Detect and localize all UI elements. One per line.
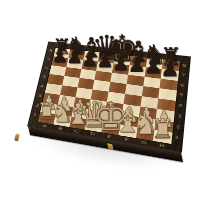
piece-black-pawn-h7: ♟ xyxy=(160,58,179,79)
piece-white-rook-h1: ♜ xyxy=(151,116,175,143)
chess-set-photo: AA88BB77CC66DD55EE44FF33GG22HH11 ♜♞♝♛♚♝♞… xyxy=(0,0,200,200)
pieces-layer: ♜♞♝♛♚♝♞♜♟♟♟♟♟♟♟♟♟♟♟♟♟♟♟♟♜♞♝♛♚♝♞♜ xyxy=(0,0,200,200)
